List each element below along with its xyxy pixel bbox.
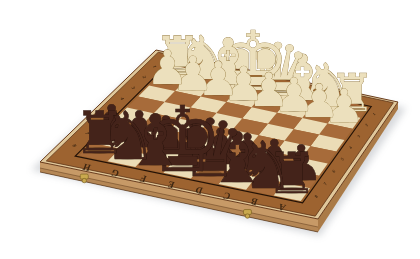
chess-board-photo: ABCDEFGH1234567812345678♜♞♝♛♚♝♞♜♟♟♟♟♟♟♟♟…	[0, 0, 420, 259]
product-photo-canvas: ABCDEFGH1234567812345678♜♞♝♛♚♝♞♜♟♟♟♟♟♟♟♟…	[0, 0, 420, 259]
piece-black-rook-h8: ♜	[73, 99, 125, 167]
piece-glyph: ♜	[73, 99, 125, 167]
